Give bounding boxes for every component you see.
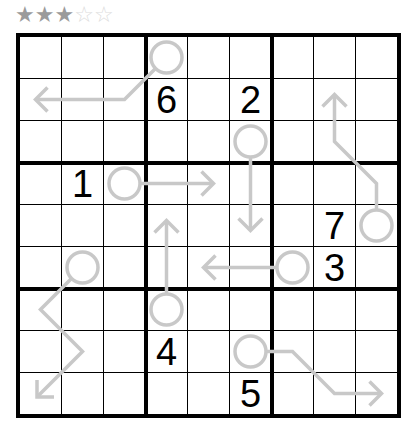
cell-r6c6[interactable] bbox=[230, 247, 271, 288]
cell-r1c8[interactable] bbox=[314, 37, 355, 78]
cell-r3c4[interactable] bbox=[146, 121, 187, 162]
cell-r7c3[interactable] bbox=[104, 289, 145, 330]
cell-r3c2[interactable] bbox=[62, 121, 103, 162]
cell-r3c8[interactable] bbox=[314, 121, 355, 162]
cell-r4c5[interactable] bbox=[188, 163, 229, 204]
cell-r5c6[interactable] bbox=[230, 205, 271, 246]
cell-r5c9[interactable] bbox=[356, 205, 397, 246]
cell-r6c8[interactable]: 3 bbox=[314, 247, 355, 288]
cell-r3c7[interactable] bbox=[272, 121, 313, 162]
cell-r9c4[interactable] bbox=[146, 373, 187, 414]
difficulty-star-filled: ★ bbox=[15, 2, 35, 27]
cell-r6c7[interactable] bbox=[272, 247, 313, 288]
cell-r9c5[interactable] bbox=[188, 373, 229, 414]
cell-r8c1[interactable] bbox=[20, 331, 61, 372]
cell-r8c6[interactable] bbox=[230, 331, 271, 372]
cell-r5c4[interactable] bbox=[146, 205, 187, 246]
cell-r3c6[interactable] bbox=[230, 121, 271, 162]
cell-r8c2[interactable] bbox=[62, 331, 103, 372]
cell-r5c7[interactable] bbox=[272, 205, 313, 246]
sudoku-board: 6217345 bbox=[16, 33, 401, 418]
cell-r3c9[interactable] bbox=[356, 121, 397, 162]
cell-r9c9[interactable] bbox=[356, 373, 397, 414]
cell-r7c7[interactable] bbox=[272, 289, 313, 330]
cell-r2c2[interactable] bbox=[62, 79, 103, 120]
cell-r7c8[interactable] bbox=[314, 289, 355, 330]
cell-r6c5[interactable] bbox=[188, 247, 229, 288]
cell-r6c2[interactable] bbox=[62, 247, 103, 288]
cell-r8c7[interactable] bbox=[272, 331, 313, 372]
cell-r2c7[interactable] bbox=[272, 79, 313, 120]
cell-r8c9[interactable] bbox=[356, 331, 397, 372]
cell-r3c3[interactable] bbox=[104, 121, 145, 162]
cell-r1c2[interactable] bbox=[62, 37, 103, 78]
difficulty-star-filled: ★ bbox=[35, 2, 55, 27]
cell-r4c8[interactable] bbox=[314, 163, 355, 204]
cell-r5c5[interactable] bbox=[188, 205, 229, 246]
cell-r4c4[interactable] bbox=[146, 163, 187, 204]
cell-r9c3[interactable] bbox=[104, 373, 145, 414]
cell-r1c4[interactable] bbox=[146, 37, 187, 78]
difficulty-rating: ★★★☆☆ bbox=[15, 0, 114, 30]
cell-r2c5[interactable] bbox=[188, 79, 229, 120]
cell-r8c3[interactable] bbox=[104, 331, 145, 372]
cell-r3c1[interactable] bbox=[20, 121, 61, 162]
difficulty-star-empty: ☆ bbox=[94, 2, 114, 27]
cell-r5c3[interactable] bbox=[104, 205, 145, 246]
cell-r4c6[interactable] bbox=[230, 163, 271, 204]
cell-r9c7[interactable] bbox=[272, 373, 313, 414]
cell-r9c2[interactable] bbox=[62, 373, 103, 414]
cell-r4c3[interactable] bbox=[104, 163, 145, 204]
cell-r6c1[interactable] bbox=[20, 247, 61, 288]
cell-r2c8[interactable] bbox=[314, 79, 355, 120]
cell-r1c7[interactable] bbox=[272, 37, 313, 78]
cell-r9c6[interactable]: 5 bbox=[230, 373, 271, 414]
cell-r6c4[interactable] bbox=[146, 247, 187, 288]
cell-r2c9[interactable] bbox=[356, 79, 397, 120]
cell-r4c1[interactable] bbox=[20, 163, 61, 204]
cell-r7c9[interactable] bbox=[356, 289, 397, 330]
cell-r7c4[interactable] bbox=[146, 289, 187, 330]
cell-r4c9[interactable] bbox=[356, 163, 397, 204]
cell-r1c9[interactable] bbox=[356, 37, 397, 78]
cell-r2c3[interactable] bbox=[104, 79, 145, 120]
cell-r6c9[interactable] bbox=[356, 247, 397, 288]
cell-r1c6[interactable] bbox=[230, 37, 271, 78]
cell-r1c3[interactable] bbox=[104, 37, 145, 78]
cell-r5c2[interactable] bbox=[62, 205, 103, 246]
sudoku-grid: 6217345 bbox=[20, 37, 397, 414]
cell-r2c1[interactable] bbox=[20, 79, 61, 120]
cell-r8c5[interactable] bbox=[188, 331, 229, 372]
cell-r4c7[interactable] bbox=[272, 163, 313, 204]
cell-r7c5[interactable] bbox=[188, 289, 229, 330]
cell-r7c2[interactable] bbox=[62, 289, 103, 330]
cell-r3c5[interactable] bbox=[188, 121, 229, 162]
cell-r5c8[interactable]: 7 bbox=[314, 205, 355, 246]
difficulty-star-empty: ☆ bbox=[74, 2, 94, 27]
cell-r9c8[interactable] bbox=[314, 373, 355, 414]
difficulty-star-filled: ★ bbox=[54, 2, 74, 27]
cell-r7c6[interactable] bbox=[230, 289, 271, 330]
cell-r1c1[interactable] bbox=[20, 37, 61, 78]
cell-r2c6[interactable]: 2 bbox=[230, 79, 271, 120]
cell-r6c3[interactable] bbox=[104, 247, 145, 288]
cell-r4c2[interactable]: 1 bbox=[62, 163, 103, 204]
cell-r8c4[interactable]: 4 bbox=[146, 331, 187, 372]
cell-r5c1[interactable] bbox=[20, 205, 61, 246]
cell-r8c8[interactable] bbox=[314, 331, 355, 372]
cell-r7c1[interactable] bbox=[20, 289, 61, 330]
cell-r1c5[interactable] bbox=[188, 37, 229, 78]
cell-r9c1[interactable] bbox=[20, 373, 61, 414]
cell-r2c4[interactable]: 6 bbox=[146, 79, 187, 120]
